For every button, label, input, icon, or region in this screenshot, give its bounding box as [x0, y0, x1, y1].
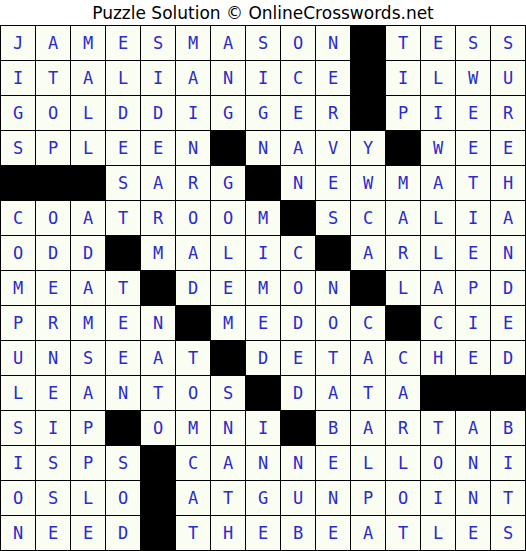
- letter-cell: L: [1, 376, 35, 410]
- black-cell: [246, 166, 280, 200]
- letter-cell: C: [1, 201, 35, 235]
- letter-cell: E: [36, 271, 70, 305]
- letter-cell: O: [176, 201, 210, 235]
- letter-cell: G: [246, 96, 280, 130]
- black-cell: [141, 271, 175, 305]
- letter-cell: A: [176, 236, 210, 270]
- letter-cell: N: [456, 446, 490, 480]
- letter-cell: L: [386, 271, 420, 305]
- letter-cell: S: [36, 446, 70, 480]
- letter-cell: W: [421, 131, 455, 165]
- letter-cell: N: [1, 516, 35, 550]
- letter-cell: E: [106, 341, 140, 375]
- letter-cell: I: [456, 201, 490, 235]
- letter-cell: S: [1, 411, 35, 445]
- letter-cell: A: [316, 376, 350, 410]
- letter-cell: O: [281, 271, 315, 305]
- letter-cell: C: [351, 201, 385, 235]
- letter-cell: M: [176, 26, 210, 60]
- letter-cell: M: [211, 306, 245, 340]
- letter-cell: R: [176, 166, 210, 200]
- letter-cell: D: [246, 341, 280, 375]
- letter-cell: C: [281, 236, 315, 270]
- letter-cell: L: [351, 446, 385, 480]
- black-cell: [351, 96, 385, 130]
- letter-cell: A: [491, 201, 525, 235]
- letter-cell: S: [106, 446, 140, 480]
- letter-cell: E: [281, 96, 315, 130]
- black-cell: [351, 61, 385, 95]
- letter-cell: E: [281, 341, 315, 375]
- letter-cell: I: [246, 411, 280, 445]
- letter-cell: N: [316, 481, 350, 515]
- letter-cell: L: [71, 481, 105, 515]
- letter-cell: S: [36, 481, 70, 515]
- black-cell: [246, 376, 280, 410]
- letter-cell: H: [421, 341, 455, 375]
- black-cell: [491, 376, 525, 410]
- letter-cell: S: [71, 341, 105, 375]
- letter-cell: N: [456, 481, 490, 515]
- letter-cell: E: [246, 516, 280, 550]
- letter-cell: D: [141, 96, 175, 130]
- black-cell: [36, 166, 70, 200]
- letter-cell: C: [351, 306, 385, 340]
- letter-cell: T: [141, 376, 175, 410]
- letter-cell: I: [421, 481, 455, 515]
- letter-cell: A: [351, 341, 385, 375]
- black-cell: [211, 131, 245, 165]
- letter-cell: I: [36, 411, 70, 445]
- letter-cell: G: [246, 481, 280, 515]
- black-cell: [71, 166, 105, 200]
- letter-cell: E: [246, 306, 280, 340]
- letter-cell: I: [246, 61, 280, 95]
- letter-cell: P: [386, 96, 420, 130]
- letter-cell: A: [211, 446, 245, 480]
- letter-cell: E: [491, 306, 525, 340]
- letter-cell: D: [106, 96, 140, 130]
- letter-cell: R: [141, 201, 175, 235]
- letter-cell: N: [106, 376, 140, 410]
- letter-cell: A: [456, 411, 490, 445]
- letter-cell: E: [316, 166, 350, 200]
- letter-cell: A: [141, 166, 175, 200]
- letter-cell: O: [281, 26, 315, 60]
- letter-cell: L: [421, 201, 455, 235]
- letter-cell: M: [176, 411, 210, 445]
- letter-cell: S: [106, 166, 140, 200]
- letter-cell: C: [386, 341, 420, 375]
- letter-cell: N: [211, 61, 245, 95]
- letter-cell: I: [386, 61, 420, 95]
- black-cell: [141, 481, 175, 515]
- letter-cell: N: [246, 131, 280, 165]
- letter-cell: N: [491, 236, 525, 270]
- letter-cell: S: [456, 26, 490, 60]
- letter-cell: P: [71, 411, 105, 445]
- letter-cell: A: [281, 131, 315, 165]
- letter-cell: S: [1, 131, 35, 165]
- letter-cell: A: [351, 236, 385, 270]
- letter-cell: P: [1, 306, 35, 340]
- letter-cell: A: [141, 341, 175, 375]
- letter-cell: D: [281, 306, 315, 340]
- letter-cell: T: [176, 516, 210, 550]
- letter-cell: D: [281, 376, 315, 410]
- black-cell: [281, 201, 315, 235]
- black-cell: [456, 376, 490, 410]
- letter-cell: T: [456, 166, 490, 200]
- letter-cell: N: [281, 446, 315, 480]
- letter-cell: E: [456, 341, 490, 375]
- letter-cell: A: [71, 376, 105, 410]
- black-cell: [141, 516, 175, 550]
- letter-cell: M: [246, 271, 280, 305]
- letter-cell: P: [456, 271, 490, 305]
- letter-cell: T: [421, 411, 455, 445]
- page-title: Puzzle Solution © OnlineCrosswords.net: [0, 0, 526, 25]
- letter-cell: U: [281, 481, 315, 515]
- letter-cell: C: [421, 306, 455, 340]
- letter-cell: I: [246, 236, 280, 270]
- letter-cell: A: [386, 201, 420, 235]
- letter-cell: P: [351, 481, 385, 515]
- letter-cell: D: [491, 341, 525, 375]
- letter-cell: T: [316, 341, 350, 375]
- letter-cell: N: [211, 411, 245, 445]
- letter-cell: L: [421, 516, 455, 550]
- letter-cell: A: [71, 271, 105, 305]
- letter-cell: L: [211, 236, 245, 270]
- black-cell: [176, 306, 210, 340]
- letter-cell: L: [71, 131, 105, 165]
- letter-cell: O: [106, 481, 140, 515]
- letter-cell: M: [386, 166, 420, 200]
- letter-cell: A: [421, 271, 455, 305]
- letter-cell: D: [71, 236, 105, 270]
- letter-cell: A: [176, 481, 210, 515]
- letter-cell: S: [491, 516, 525, 550]
- letter-cell: E: [36, 376, 70, 410]
- letter-cell: S: [141, 26, 175, 60]
- letter-cell: I: [1, 446, 35, 480]
- letter-cell: B: [491, 411, 525, 445]
- letter-cell: S: [211, 376, 245, 410]
- letter-cell: E: [456, 236, 490, 270]
- letter-cell: O: [176, 376, 210, 410]
- letter-cell: S: [246, 26, 280, 60]
- letter-cell: E: [106, 306, 140, 340]
- letter-cell: B: [316, 411, 350, 445]
- letter-cell: E: [456, 131, 490, 165]
- letter-cell: C: [176, 446, 210, 480]
- letter-cell: E: [71, 516, 105, 550]
- letter-cell: E: [316, 516, 350, 550]
- letter-cell: N: [176, 131, 210, 165]
- letter-cell: S: [316, 201, 350, 235]
- letter-cell: W: [456, 61, 490, 95]
- letter-cell: I: [176, 96, 210, 130]
- black-cell: [1, 166, 35, 200]
- letter-cell: S: [491, 26, 525, 60]
- letter-cell: A: [421, 166, 455, 200]
- letter-cell: D: [106, 516, 140, 550]
- letter-cell: N: [316, 271, 350, 305]
- letter-cell: W: [351, 166, 385, 200]
- letter-cell: T: [491, 481, 525, 515]
- letter-cell: N: [316, 26, 350, 60]
- letter-cell: A: [71, 61, 105, 95]
- crossword-grid: JAMESMASONTESSITALIANICEILWUGOLDDIGGERPI…: [0, 25, 526, 551]
- letter-cell: N: [141, 306, 175, 340]
- black-cell: [281, 411, 315, 445]
- letter-cell: P: [36, 131, 70, 165]
- letter-cell: E: [106, 26, 140, 60]
- letter-cell: H: [491, 166, 525, 200]
- letter-cell: E: [421, 26, 455, 60]
- letter-cell: M: [141, 236, 175, 270]
- letter-cell: G: [211, 166, 245, 200]
- black-cell: [421, 376, 455, 410]
- letter-cell: L: [106, 61, 140, 95]
- black-cell: [386, 306, 420, 340]
- letter-cell: D: [491, 271, 525, 305]
- letter-cell: E: [141, 131, 175, 165]
- letter-cell: E: [106, 131, 140, 165]
- letter-cell: I: [491, 446, 525, 480]
- letter-cell: B: [281, 516, 315, 550]
- letter-cell: M: [71, 26, 105, 60]
- black-cell: [211, 341, 245, 375]
- letter-cell: E: [491, 131, 525, 165]
- letter-cell: R: [491, 96, 525, 130]
- letter-cell: E: [316, 446, 350, 480]
- letter-cell: U: [1, 341, 35, 375]
- black-cell: [386, 131, 420, 165]
- letter-cell: R: [386, 236, 420, 270]
- letter-cell: O: [421, 446, 455, 480]
- letter-cell: O: [1, 236, 35, 270]
- letter-cell: O: [141, 411, 175, 445]
- letter-cell: O: [386, 481, 420, 515]
- letter-cell: L: [71, 96, 105, 130]
- letter-cell: O: [211, 201, 245, 235]
- letter-cell: U: [491, 61, 525, 95]
- letter-cell: M: [246, 201, 280, 235]
- black-cell: [141, 446, 175, 480]
- letter-cell: O: [316, 306, 350, 340]
- letter-cell: T: [176, 341, 210, 375]
- letter-cell: O: [36, 201, 70, 235]
- letter-cell: T: [36, 61, 70, 95]
- letter-cell: O: [1, 481, 35, 515]
- letter-cell: T: [386, 516, 420, 550]
- letter-cell: H: [211, 516, 245, 550]
- letter-cell: G: [211, 96, 245, 130]
- letter-cell: L: [421, 61, 455, 95]
- letter-cell: A: [176, 61, 210, 95]
- letter-cell: R: [316, 96, 350, 130]
- letter-cell: E: [316, 61, 350, 95]
- black-cell: [316, 236, 350, 270]
- letter-cell: D: [36, 236, 70, 270]
- letter-cell: E: [211, 271, 245, 305]
- black-cell: [351, 26, 385, 60]
- letter-cell: A: [386, 376, 420, 410]
- letter-cell: M: [71, 306, 105, 340]
- black-cell: [106, 411, 140, 445]
- letter-cell: I: [141, 61, 175, 95]
- letter-cell: C: [281, 61, 315, 95]
- letter-cell: A: [351, 516, 385, 550]
- letter-cell: N: [281, 166, 315, 200]
- letter-cell: I: [421, 96, 455, 130]
- letter-cell: I: [456, 306, 490, 340]
- letter-cell: O: [36, 96, 70, 130]
- letter-cell: E: [456, 516, 490, 550]
- letter-cell: M: [1, 271, 35, 305]
- letter-cell: G: [1, 96, 35, 130]
- letter-cell: T: [351, 376, 385, 410]
- letter-cell: V: [316, 131, 350, 165]
- letter-cell: T: [106, 271, 140, 305]
- black-cell: [106, 236, 140, 270]
- letter-cell: T: [106, 201, 140, 235]
- letter-cell: T: [386, 26, 420, 60]
- letter-cell: Y: [351, 131, 385, 165]
- letter-cell: E: [36, 516, 70, 550]
- letter-cell: E: [456, 96, 490, 130]
- letter-cell: R: [386, 411, 420, 445]
- letter-cell: A: [36, 26, 70, 60]
- letter-cell: D: [176, 271, 210, 305]
- letter-cell: A: [351, 411, 385, 445]
- letter-cell: R: [36, 306, 70, 340]
- letter-cell: I: [1, 61, 35, 95]
- puzzle-solution-page: Puzzle Solution © OnlineCrosswords.net J…: [0, 0, 526, 551]
- letter-cell: N: [246, 446, 280, 480]
- letter-cell: N: [36, 341, 70, 375]
- letter-cell: L: [421, 236, 455, 270]
- letter-cell: A: [71, 201, 105, 235]
- letter-cell: T: [211, 481, 245, 515]
- letter-cell: P: [71, 446, 105, 480]
- letter-cell: J: [1, 26, 35, 60]
- letter-cell: L: [386, 446, 420, 480]
- letter-cell: A: [211, 26, 245, 60]
- black-cell: [351, 271, 385, 305]
